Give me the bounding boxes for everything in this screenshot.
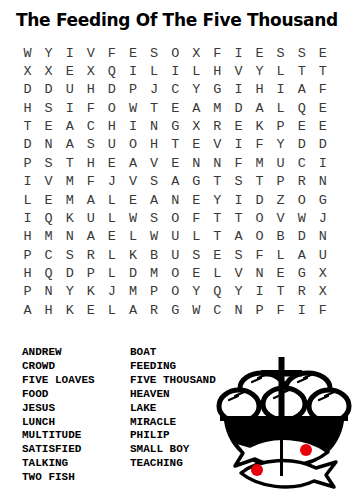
word-list-item: JESUS (22, 402, 95, 416)
grid-cell-r7c9: N (186, 154, 207, 172)
grid-cell-r6c2: N (38, 136, 59, 154)
grid-cell-r11c11: A (228, 228, 249, 246)
grid-cell-r4c8: E (165, 99, 186, 117)
grid-cell-r3c2: D (38, 81, 59, 99)
grid-cell-r15c1: A (17, 301, 38, 319)
grid-cell-r5c1: T (17, 117, 38, 135)
grid-cell-r10c12: O (249, 209, 270, 227)
grid-cell-r4c3: I (59, 99, 80, 117)
grid-cell-r4c5: O (101, 99, 122, 117)
grid-cell-r10c15: J (312, 209, 333, 227)
grid-cell-r14c9: Y (186, 283, 207, 301)
grid-cell-r8c1: I (17, 173, 38, 191)
grid-cell-r6c12: F (249, 136, 270, 154)
grid-cell-r3c15: F (312, 81, 333, 99)
grid-cell-r13c12: N (249, 264, 270, 282)
grid-cell-r9c8: N (165, 191, 186, 209)
grid-cell-r5c8: G (165, 117, 186, 135)
grid-cell-r10c9: F (186, 209, 207, 227)
word-list-column-2: BOATFEEDINGFIVE THOUSANDHEAVENLAKEMIRACL… (130, 346, 216, 471)
grid-cell-r3c9: Y (186, 81, 207, 99)
grid-cell-r1c11: I (228, 44, 249, 62)
word-list-item: MIRACLE (130, 416, 216, 430)
grid-cell-r9c4: A (80, 191, 101, 209)
grid-cell-r10c2: Q (38, 209, 59, 227)
grid-cell-r12c12: F (249, 246, 270, 264)
grid-cell-r6c10: V (207, 136, 228, 154)
grid-cell-r4c7: T (144, 99, 165, 117)
word-list-item: CROWD (22, 360, 95, 374)
grid-cell-r14c11: Y (228, 283, 249, 301)
grid-cell-r5c15: E (312, 117, 333, 135)
cross-pole (280, 421, 283, 476)
grid-cell-r14c1: P (17, 283, 38, 301)
grid-cell-r9c12: D (249, 191, 270, 209)
word-list-item: FIVE THOUSAND (130, 374, 216, 388)
grid-cell-r3c1: D (17, 81, 38, 99)
grid-cell-r14c3: Y (59, 283, 80, 301)
grid-cell-r2c12: Y (249, 62, 270, 80)
grid-cell-r1c10: F (207, 44, 228, 62)
word-list-item: TWO FISH (22, 471, 95, 485)
grid-cell-r7c14: C (291, 154, 312, 172)
grid-cell-r11c10: T (207, 228, 228, 246)
grid-cell-r7c10: N (207, 154, 228, 172)
grid-cell-r2c9: L (186, 62, 207, 80)
grid-cell-r11c6: L (122, 228, 143, 246)
word-list-item: FIVE LOAVES (22, 374, 95, 388)
grid-cell-r6c7: H (144, 136, 165, 154)
grid-cell-r14c7: P (144, 283, 165, 301)
grid-cell-r2c1: X (17, 62, 38, 80)
grid-cell-r5c7: N (144, 117, 165, 135)
grid-cell-r12c11: S (228, 246, 249, 264)
grid-cell-r11c15: N (312, 228, 333, 246)
grid-cell-r2c4: X (80, 62, 101, 80)
grid-cell-r15c4: E (80, 301, 101, 319)
grid-cell-r1c4: V (80, 44, 101, 62)
grid-cell-r6c8: T (165, 136, 186, 154)
word-list-item: FEEDING (130, 360, 216, 374)
grid-cell-r15c11: N (228, 301, 249, 319)
word-list-item: PHILIP (130, 429, 216, 443)
grid-cell-r11c9: L (186, 228, 207, 246)
grid-cell-r14c10: Q (207, 283, 228, 301)
grid-cell-r1c8: O (165, 44, 186, 62)
grid-cell-r12c7: B (144, 246, 165, 264)
word-list-item: SMALL BOY (130, 443, 216, 457)
grid-cell-r13c8: O (165, 264, 186, 282)
grid-cell-r13c11: V (228, 264, 249, 282)
grid-cell-r12c4: R (80, 246, 101, 264)
grid-cell-r9c3: M (59, 191, 80, 209)
grid-cell-r3c11: I (228, 81, 249, 99)
grid-cell-r4c4: F (80, 99, 101, 117)
grid-cell-r8c8: A (165, 173, 186, 191)
grid-cell-r8c9: G (186, 173, 207, 191)
grid-cell-r12c8: U (165, 246, 186, 264)
grid-cell-r8c13: P (270, 173, 291, 191)
grid-cell-r3c13: I (270, 81, 291, 99)
grid-cell-r10c6: W (122, 209, 143, 227)
grid-cell-r7c4: H (80, 154, 101, 172)
grid-cell-r4c1: H (17, 99, 38, 117)
grid-cell-r5c12: K (249, 117, 270, 135)
grid-cell-r9c9: E (186, 191, 207, 209)
fish-eye-icon (300, 444, 312, 456)
grid-cell-r1c9: X (186, 44, 207, 62)
word-list-item: FOOD (22, 388, 95, 402)
grid-cell-r10c13: V (270, 209, 291, 227)
grid-cell-r13c5: L (101, 264, 122, 282)
grid-cell-r1c6: E (122, 44, 143, 62)
grid-cell-r11c3: N (59, 228, 80, 246)
grid-cell-r11c8: U (165, 228, 186, 246)
grid-cell-r2c11: V (228, 62, 249, 80)
grid-cell-r2c2: X (38, 62, 59, 80)
grid-cell-r15c13: F (270, 301, 291, 319)
grid-cell-r15c5: L (101, 301, 122, 319)
grid-cell-r2c7: L (144, 62, 165, 80)
word-list-item: MULTITUDE (22, 429, 95, 443)
grid-cell-r10c10: T (207, 209, 228, 227)
grid-cell-r10c7: S (144, 209, 165, 227)
grid-cell-r9c13: Z (270, 191, 291, 209)
grid-cell-r7c11: F (228, 154, 249, 172)
grid-cell-r14c15: X (312, 283, 333, 301)
grid-cell-r14c14: R (291, 283, 312, 301)
grid-cell-r4c13: L (270, 99, 291, 117)
word-list-item: LAKE (130, 402, 216, 416)
grid-cell-r13c1: H (17, 264, 38, 282)
grid-cell-r4c10: M (207, 99, 228, 117)
grid-cell-r3c14: A (291, 81, 312, 99)
grid-cell-r3c6: P (122, 81, 143, 99)
grid-cell-r7c7: V (144, 154, 165, 172)
grid-cell-r10c8: O (165, 209, 186, 227)
grid-cell-r10c4: U (80, 209, 101, 227)
grid-cell-r12c10: E (207, 246, 228, 264)
grid-cell-r15c10: C (207, 301, 228, 319)
grid-cell-r14c13: T (270, 283, 291, 301)
grid-cell-r4c11: D (228, 99, 249, 117)
grid-cell-r6c9: E (186, 136, 207, 154)
grid-cell-r7c8: E (165, 154, 186, 172)
grid-cell-r7c3: T (59, 154, 80, 172)
grid-cell-r1c7: S (144, 44, 165, 62)
grid-cell-r8c2: V (38, 173, 59, 191)
grid-cell-r5c14: E (291, 117, 312, 135)
grid-cell-r9c11: I (228, 191, 249, 209)
grid-cell-r13c6: D (122, 264, 143, 282)
grid-cell-r3c10: G (207, 81, 228, 99)
grid-cell-r14c6: M (122, 283, 143, 301)
word-list-item: SATISFIED (22, 443, 95, 457)
grid-cell-r1c2: Y (38, 44, 59, 62)
grid-cell-r9c1: L (17, 191, 38, 209)
grid-cell-r3c7: J (144, 81, 165, 99)
grid-cell-r3c3: U (59, 81, 80, 99)
loaves-and-fishes-illustration (216, 354, 352, 500)
page-title: The Feeding Of The Five Thousand (0, 10, 354, 30)
grid-cell-r12c2: C (38, 246, 59, 264)
grid-cell-r13c10: L (207, 264, 228, 282)
grid-cell-r15c3: K (59, 301, 80, 319)
grid-cell-r5c6: I (122, 117, 143, 135)
grid-cell-r14c4: K (80, 283, 101, 301)
grid-cell-r2c5: Q (101, 62, 122, 80)
grid-cell-r9c15: G (312, 191, 333, 209)
grid-cell-r12c5: L (101, 246, 122, 264)
grid-cell-r8c15: N (312, 173, 333, 191)
word-list-item: HEAVEN (130, 388, 216, 402)
grid-cell-r11c1: H (17, 228, 38, 246)
grid-cell-r14c5: J (101, 283, 122, 301)
grid-cell-r15c2: H (38, 301, 59, 319)
grid-cell-r9c7: A (144, 191, 165, 209)
grid-cell-r2c14: T (291, 62, 312, 80)
grid-cell-r5c3: A (59, 117, 80, 135)
grid-cell-r1c1: W (17, 44, 38, 62)
word-list-column-1: ANDREWCROWDFIVE LOAVESFOODJESUSLUNCHMULT… (22, 346, 95, 485)
grid-cell-r10c11: T (228, 209, 249, 227)
word-list-item: ANDREW (22, 346, 95, 360)
grid-cell-r2c3: E (59, 62, 80, 80)
grid-cell-r12c9: S (186, 246, 207, 264)
grid-cell-r4c9: A (186, 99, 207, 117)
grid-cell-r9c6: E (122, 191, 143, 209)
grid-cell-r5c4: C (80, 117, 101, 135)
grid-cell-r10c1: I (17, 209, 38, 227)
word-list-item: LUNCH (22, 416, 95, 430)
grid-cell-r5c11: E (228, 117, 249, 135)
grid-cell-r13c14: G (291, 264, 312, 282)
grid-cell-r3c4: H (80, 81, 101, 99)
grid-cell-r15c8: G (165, 301, 186, 319)
grid-cell-r8c6: V (122, 173, 143, 191)
grid-cell-r12c6: K (122, 246, 143, 264)
grid-cell-r11c14: D (291, 228, 312, 246)
grid-cell-r7c2: S (38, 154, 59, 172)
grid-cell-r11c5: E (101, 228, 122, 246)
grid-cell-r9c10: Y (207, 191, 228, 209)
grid-cell-r6c15: D (312, 136, 333, 154)
grid-cell-r9c5: L (101, 191, 122, 209)
grid-cell-r8c11: S (228, 173, 249, 191)
grid-cell-r4c12: A (249, 99, 270, 117)
grid-cell-r1c14: S (291, 44, 312, 62)
grid-cell-r14c8: O (165, 283, 186, 301)
grid-cell-r4c15: E (312, 99, 333, 117)
grid-cell-r8c12: T (249, 173, 270, 191)
word-list-item: BOAT (130, 346, 216, 360)
grid-cell-r7c13: U (270, 154, 291, 172)
grid-cell-r11c13: B (270, 228, 291, 246)
grid-cell-r10c14: W (291, 209, 312, 227)
grid-cell-r13c4: P (80, 264, 101, 282)
grid-cell-r9c2: E (38, 191, 59, 209)
grid-cell-r11c7: W (144, 228, 165, 246)
grid-cell-r8c14: R (291, 173, 312, 191)
grid-cell-r1c12: E (249, 44, 270, 62)
grid-cell-r8c10: T (207, 173, 228, 191)
grid-cell-r8c3: M (59, 173, 80, 191)
grid-cell-r13c3: D (59, 264, 80, 282)
grid-cell-r11c2: M (38, 228, 59, 246)
grid-cell-r1c5: F (101, 44, 122, 62)
grid-cell-r3c8: C (165, 81, 186, 99)
grid-cell-r5c9: X (186, 117, 207, 135)
grid-cell-r1c15: E (312, 44, 333, 62)
grid-cell-r2c13: L (270, 62, 291, 80)
fish-eye-icon (251, 464, 263, 476)
grid-cell-r6c13: Y (270, 136, 291, 154)
grid-cell-r2c8: I (165, 62, 186, 80)
grid-cell-r9c14: O (291, 191, 312, 209)
word-list-item: TALKING (22, 457, 95, 471)
grid-cell-r5c2: E (38, 117, 59, 135)
grid-cell-r1c13: S (270, 44, 291, 62)
grid-cell-r13c2: Q (38, 264, 59, 282)
grid-cell-r6c3: A (59, 136, 80, 154)
grid-cell-r6c4: S (80, 136, 101, 154)
grid-cell-r12c13: L (270, 246, 291, 264)
grid-cell-r3c5: D (101, 81, 122, 99)
grid-cell-r3c12: H (249, 81, 270, 99)
grid-cell-r10c5: L (101, 209, 122, 227)
grid-cell-r2c15: T (312, 62, 333, 80)
grid-cell-r15c6: A (122, 301, 143, 319)
grid-cell-r2c6: I (122, 62, 143, 80)
grid-cell-r5c5: H (101, 117, 122, 135)
grid-cell-r13c13: E (270, 264, 291, 282)
grid-cell-r6c14: D (291, 136, 312, 154)
grid-cell-r15c14: I (291, 301, 312, 319)
grid-cell-r8c7: S (144, 173, 165, 191)
grid-cell-r6c11: I (228, 136, 249, 154)
grid-cell-r12c3: S (59, 246, 80, 264)
grid-cell-r8c4: F (80, 173, 101, 191)
grid-cell-r7c15: I (312, 154, 333, 172)
grid-cell-r14c12: I (249, 283, 270, 301)
grid-cell-r4c6: W (122, 99, 143, 117)
grid-cell-r14c2: N (38, 283, 59, 301)
word-search-grid: WYIVFESOXFIESSEXXEXQILILHVYLTTDDUHDPJCYG… (17, 44, 333, 319)
grid-cell-r11c12: O (249, 228, 270, 246)
grid-cell-r12c14: A (291, 246, 312, 264)
grid-cell-r6c1: D (17, 136, 38, 154)
grid-cell-r15c15: F (312, 301, 333, 319)
grid-cell-r13c15: X (312, 264, 333, 282)
grid-cell-r15c7: R (144, 301, 165, 319)
grid-cell-r10c3: K (59, 209, 80, 227)
grid-cell-r11c4: A (80, 228, 101, 246)
grid-cell-r12c15: U (312, 246, 333, 264)
grid-cell-r4c14: Q (291, 99, 312, 117)
grid-cell-r2c10: H (207, 62, 228, 80)
grid-cell-r7c12: M (249, 154, 270, 172)
grid-cell-r15c9: W (186, 301, 207, 319)
grid-cell-r6c5: U (101, 136, 122, 154)
grid-cell-r15c12: P (249, 301, 270, 319)
word-list-item: TEACHING (130, 457, 216, 471)
grid-cell-r5c13: P (270, 117, 291, 135)
grid-cell-r4c2: S (38, 99, 59, 117)
grid-cell-r8c5: J (101, 173, 122, 191)
grid-cell-r13c7: M (144, 264, 165, 282)
grid-cell-r5c10: R (207, 117, 228, 135)
grid-cell-r7c5: E (101, 154, 122, 172)
grid-cell-r6c6: O (122, 136, 143, 154)
grid-cell-r7c6: A (122, 154, 143, 172)
grid-cell-r13c9: E (186, 264, 207, 282)
grid-cell-r1c3: I (59, 44, 80, 62)
grid-cell-r7c1: P (17, 154, 38, 172)
grid-cell-r12c1: P (17, 246, 38, 264)
